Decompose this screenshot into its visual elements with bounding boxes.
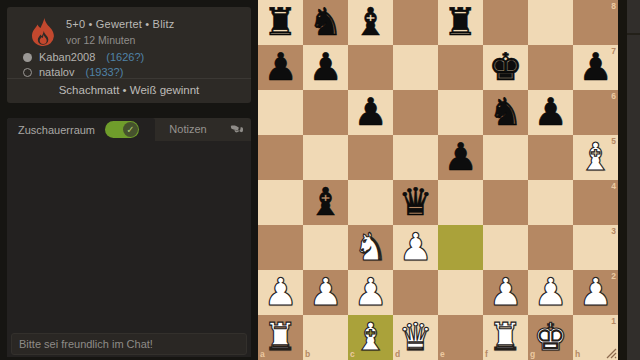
phone-icon[interactable]	[221, 118, 251, 141]
black-rook[interactable]: ♜	[438, 0, 483, 45]
game-info-panel: 5+0 • Gewertet • Blitz vor 12 Minuten Ka…	[7, 7, 251, 103]
square-e6[interactable]	[438, 90, 483, 135]
square-c6[interactable]: ♟	[348, 90, 393, 135]
next-panel-edge	[627, 0, 640, 360]
file-coordinate-d: d	[395, 349, 400, 359]
square-b7[interactable]: ♟	[303, 45, 348, 90]
square-d2[interactable]	[393, 270, 438, 315]
black-king[interactable]: ♚	[483, 45, 528, 90]
chat-message-area[interactable]	[7, 141, 251, 357]
square-h4[interactable]: 4	[573, 180, 618, 225]
file-coordinate-h: h	[575, 349, 580, 359]
page-edge-gap	[618, 0, 627, 360]
square-g5[interactable]	[528, 135, 573, 180]
white-pawn[interactable]: ♟	[303, 270, 348, 315]
square-e5[interactable]: ♟	[438, 135, 483, 180]
square-a1[interactable]: ♜a	[258, 315, 303, 360]
player-color-ring-icon	[23, 68, 32, 77]
game-result-text: Schachmatt • Weiß gewinnt	[7, 78, 251, 103]
square-a7[interactable]: ♟	[258, 45, 303, 90]
square-d8[interactable]	[393, 0, 438, 45]
square-c3[interactable]: ♞	[348, 225, 393, 270]
square-a3[interactable]	[258, 225, 303, 270]
black-pawn[interactable]: ♟	[258, 45, 303, 90]
square-h5[interactable]: ♝5	[573, 135, 618, 180]
rank-coordinate-6: 6	[611, 91, 616, 101]
rank-coordinate-5: 5	[611, 136, 616, 146]
game-time-control: 5+0 • Gewertet • Blitz	[66, 18, 174, 30]
tab-spectator-label: Zuschauerraum	[18, 124, 95, 136]
lichess-game-page: 5+0 • Gewertet • Blitz vor 12 Minuten Ka…	[0, 0, 640, 360]
square-h7[interactable]: ♟7	[573, 45, 618, 90]
white-pawn[interactable]: ♟	[258, 270, 303, 315]
square-e7[interactable]	[438, 45, 483, 90]
square-h2[interactable]: ♟2	[573, 270, 618, 315]
square-e8[interactable]: ♜	[438, 0, 483, 45]
square-a6[interactable]	[258, 90, 303, 135]
square-g1[interactable]: ♚g	[528, 315, 573, 360]
file-coordinate-e: e	[440, 349, 445, 359]
square-g6[interactable]: ♟	[528, 90, 573, 135]
rank-coordinate-2: 2	[611, 271, 616, 281]
square-b1[interactable]: b	[303, 315, 348, 360]
square-a4[interactable]	[258, 180, 303, 225]
black-knight[interactable]: ♞	[483, 90, 528, 135]
square-f2[interactable]: ♟	[483, 270, 528, 315]
black-pawn[interactable]: ♟	[303, 45, 348, 90]
square-f3[interactable]	[483, 225, 528, 270]
square-h8[interactable]: 8	[573, 0, 618, 45]
square-g2[interactable]: ♟	[528, 270, 573, 315]
player-white-name[interactable]: Kaban2008	[39, 50, 95, 65]
square-b3[interactable]	[303, 225, 348, 270]
square-h3[interactable]: 3	[573, 225, 618, 270]
black-queen[interactable]: ♛	[393, 180, 438, 225]
square-d5[interactable]	[393, 135, 438, 180]
square-h1[interactable]: 1h	[573, 315, 618, 360]
file-coordinate-g: g	[530, 349, 535, 359]
white-pawn[interactable]: ♟	[483, 270, 528, 315]
white-rook[interactable]: ♜	[483, 315, 528, 360]
square-e1[interactable]: e	[438, 315, 483, 360]
rank-coordinate-3: 3	[611, 226, 616, 236]
blitz-flame-icon	[31, 18, 55, 46]
square-f5[interactable]	[483, 135, 528, 180]
file-coordinate-a: a	[260, 349, 265, 359]
square-e3[interactable]	[438, 225, 483, 270]
rank-coordinate-4: 4	[611, 181, 616, 191]
player-white-row: Kaban2008 (1626?)	[23, 50, 144, 65]
square-h6[interactable]: 6	[573, 90, 618, 135]
chat-tab-bar: Zuschauerraum ✓ Notizen	[7, 118, 251, 141]
check-icon: ✓	[126, 125, 134, 135]
rank-coordinate-1: 1	[611, 316, 616, 326]
square-c8[interactable]: ♝	[348, 0, 393, 45]
square-g7[interactable]	[528, 45, 573, 90]
game-info-header: 5+0 • Gewertet • Blitz vor 12 Minuten	[7, 7, 251, 46]
square-f1[interactable]: ♜f	[483, 315, 528, 360]
white-pawn[interactable]: ♟	[348, 270, 393, 315]
black-knight[interactable]: ♞	[303, 0, 348, 45]
black-bishop[interactable]: ♝	[348, 0, 393, 45]
black-rook[interactable]: ♜	[258, 0, 303, 45]
board-resize-handle-icon[interactable]	[606, 348, 617, 359]
square-c2[interactable]: ♟	[348, 270, 393, 315]
square-b5[interactable]	[303, 135, 348, 180]
square-c7[interactable]	[348, 45, 393, 90]
square-d1[interactable]: ♛d	[393, 315, 438, 360]
square-g4[interactable]	[528, 180, 573, 225]
square-c5[interactable]	[348, 135, 393, 180]
square-e4[interactable]	[438, 180, 483, 225]
square-d4[interactable]: ♛	[393, 180, 438, 225]
game-info-lines: 5+0 • Gewertet • Blitz vor 12 Minuten	[66, 18, 174, 46]
square-f7[interactable]: ♚	[483, 45, 528, 90]
black-pawn[interactable]: ♟	[348, 90, 393, 135]
square-d6[interactable]	[393, 90, 438, 135]
square-b6[interactable]	[303, 90, 348, 135]
square-c1[interactable]: ♝c	[348, 315, 393, 360]
white-pawn[interactable]: ♟	[528, 270, 573, 315]
square-d3[interactable]: ♟	[393, 225, 438, 270]
square-f4[interactable]	[483, 180, 528, 225]
file-coordinate-b: b	[305, 349, 310, 359]
game-played-ago: vor 12 Minuten	[66, 34, 174, 46]
square-c4[interactable]	[348, 180, 393, 225]
players-list: Kaban2008 (1626?) natalov (1933?)	[23, 50, 144, 80]
rank-coordinate-8: 8	[611, 1, 616, 11]
file-coordinate-f: f	[485, 349, 488, 359]
chat-toggle[interactable]: ✓	[105, 121, 139, 138]
square-a8[interactable]: ♜	[258, 0, 303, 45]
black-pawn[interactable]: ♟	[528, 90, 573, 135]
player-white-rating: (1626?)	[106, 50, 144, 65]
black-bishop[interactable]: ♝	[303, 180, 348, 225]
square-d7[interactable]	[393, 45, 438, 90]
chat-input[interactable]	[11, 333, 247, 355]
square-g3[interactable]	[528, 225, 573, 270]
chess-board: ♜♞♝♜8♟♟♚♟7♟♞♟6♟♝5♝♛4♞♟3♟♟♟♟♟♟2♜ab♝c♛de♜f…	[258, 0, 618, 360]
square-f8[interactable]	[483, 0, 528, 45]
square-b8[interactable]: ♞	[303, 0, 348, 45]
square-f6[interactable]: ♞	[483, 90, 528, 135]
square-e2[interactable]	[438, 270, 483, 315]
black-pawn[interactable]: ♟	[438, 135, 483, 180]
square-b2[interactable]: ♟	[303, 270, 348, 315]
file-coordinate-c: c	[350, 349, 355, 359]
square-b4[interactable]: ♝	[303, 180, 348, 225]
square-a5[interactable]	[258, 135, 303, 180]
rank-coordinate-7: 7	[611, 46, 616, 56]
player-color-disc-icon	[23, 53, 32, 62]
square-g8[interactable]	[528, 0, 573, 45]
chat-toggle-knob: ✓	[123, 122, 138, 137]
white-knight[interactable]: ♞	[348, 225, 393, 270]
next-panel-divider	[627, 33, 640, 35]
white-pawn[interactable]: ♟	[393, 225, 438, 270]
tab-notes[interactable]: Notizen	[155, 118, 221, 141]
square-a2[interactable]: ♟	[258, 270, 303, 315]
tab-spectator-room[interactable]: Zuschauerraum ✓	[7, 118, 155, 141]
